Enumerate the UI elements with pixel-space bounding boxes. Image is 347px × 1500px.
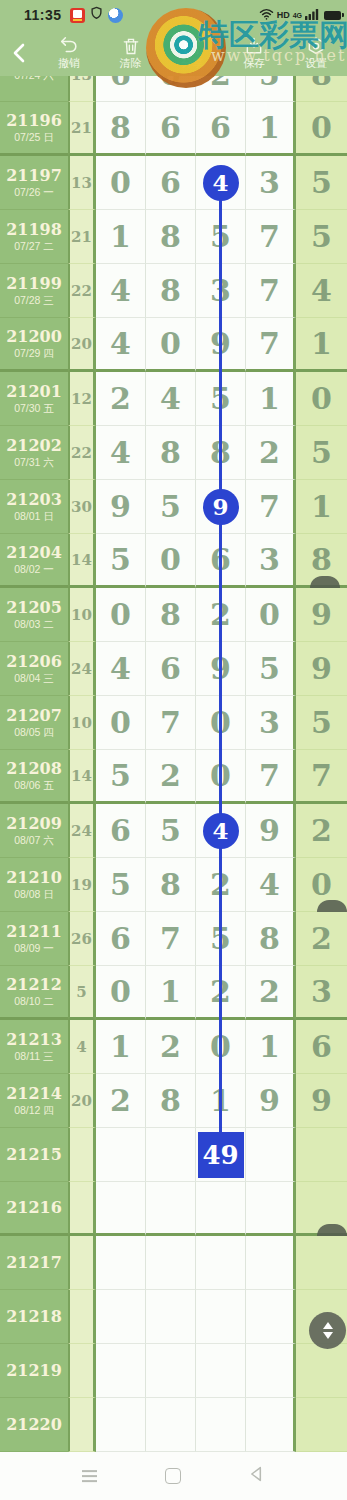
- status-notification-icons: [70, 5, 123, 25]
- stepper-up-icon: [323, 1322, 333, 1329]
- period-number: 21207: [6, 706, 62, 725]
- digit-cell[interactable]: [246, 1290, 296, 1344]
- digit-cell[interactable]: 2: [246, 426, 296, 480]
- digit-cell[interactable]: 4: [96, 426, 146, 480]
- period-number: 21202: [6, 436, 62, 455]
- sum-cell: 13: [68, 76, 96, 102]
- period-cell: 2120408/02 一: [0, 534, 68, 588]
- sum-cell: 13: [68, 156, 96, 210]
- table-row: 2119807/27 二2118575: [0, 210, 347, 264]
- sum-cell: 24: [68, 804, 96, 858]
- digit-cell[interactable]: [96, 1128, 146, 1182]
- period-cell: 2120708/05 四: [0, 696, 68, 750]
- table-row: 2121008/08 日1958240: [0, 858, 347, 912]
- table-row: 07/24 六1360258: [0, 76, 347, 102]
- digit-cell[interactable]: 7: [246, 750, 296, 804]
- digit-cell[interactable]: 6: [146, 102, 196, 156]
- digit-cell[interactable]: 5: [96, 750, 146, 804]
- shield-icon: [89, 5, 104, 25]
- digit-cell[interactable]: [146, 1290, 196, 1344]
- toolbar: 撤销 清除 分享 保存 设置: [0, 30, 347, 76]
- period-number: 21220: [6, 1415, 62, 1434]
- sum-cell: [68, 1290, 96, 1344]
- save-icon: [244, 36, 264, 56]
- digit-cell[interactable]: [296, 1398, 347, 1452]
- digit-cell[interactable]: [96, 1236, 146, 1290]
- stepper-down-icon: [323, 1332, 333, 1339]
- digit-cell[interactable]: 9: [246, 804, 296, 858]
- period-number: 21214: [6, 1084, 62, 1103]
- digit-cell[interactable]: 6: [96, 804, 146, 858]
- sum-cell: 5: [68, 966, 96, 1020]
- period-date: 07/29 四: [14, 346, 54, 360]
- digit-cell[interactable]: 9: [246, 1074, 296, 1128]
- table-row: 21220: [0, 1398, 347, 1452]
- period-date: 08/11 三: [15, 1049, 54, 1063]
- period-cell: 2119707/26 一: [0, 156, 68, 210]
- table-row: 2121408/12 四2028199: [0, 1074, 347, 1128]
- screen: 11:35 HD 4G 撤销: [0, 0, 347, 1500]
- table-row: 21216: [0, 1182, 347, 1236]
- period-date: 07/27 二: [14, 239, 54, 253]
- period-number: 21199: [6, 274, 62, 293]
- digit-cell[interactable]: 5: [96, 858, 146, 912]
- digit-cell[interactable]: 5: [146, 480, 196, 534]
- table-row: 2119607/25 日2186610: [0, 102, 347, 156]
- period-date: 07/31 六: [14, 455, 54, 469]
- table-row: 2120007/29 四2040971: [0, 318, 347, 372]
- period-number: 21196: [6, 111, 62, 130]
- digit-cell[interactable]: 49: [196, 1128, 246, 1182]
- nav-back-button[interactable]: [248, 1466, 265, 1487]
- digit-cell[interactable]: 7: [246, 480, 296, 534]
- sum-cell: [68, 1182, 96, 1236]
- period-cell: 2121008/08 日: [0, 858, 68, 912]
- period-date: 07/30 五: [14, 401, 54, 415]
- period-number: 21211: [6, 922, 62, 941]
- digit-cell[interactable]: 0: [146, 318, 196, 372]
- android-nav-bar: [0, 1452, 347, 1500]
- sum-cell: 4: [68, 1020, 96, 1074]
- digit-cell[interactable]: 5: [146, 804, 196, 858]
- hd-indicator: HD: [277, 10, 290, 20]
- period-date: 08/01 日: [14, 509, 54, 523]
- sum-cell: [68, 1344, 96, 1398]
- period-number: 21203: [6, 490, 62, 509]
- digit-cell[interactable]: 1: [246, 102, 296, 156]
- sum-cell: 20: [68, 1074, 96, 1128]
- period-cell: 2120207/31 六: [0, 426, 68, 480]
- period-date: 08/04 三: [14, 671, 54, 685]
- digit-cell[interactable]: 4: [96, 318, 146, 372]
- digit-cell[interactable]: 7: [146, 912, 196, 966]
- digit-cell[interactable]: [196, 1398, 246, 1452]
- nav-menu-button[interactable]: [82, 1470, 97, 1482]
- period-cell: 21216: [0, 1182, 68, 1236]
- undo-label: 撤销: [58, 57, 80, 70]
- digit-cell[interactable]: 7: [296, 750, 347, 804]
- period-number: 21205: [6, 598, 62, 617]
- trend-table: 07/24 六13602582119607/25 日21866102119707…: [0, 76, 347, 1452]
- digit-cell[interactable]: 2: [96, 372, 146, 426]
- network-type-label: 4G: [293, 12, 302, 19]
- status-system-icons: HD 4G: [259, 6, 341, 24]
- table-row: 2120107/30 五1224510: [0, 372, 347, 426]
- settings-button[interactable]: 设置: [285, 36, 347, 70]
- sum-cell: 12: [68, 372, 96, 426]
- digit-cell[interactable]: 0: [296, 102, 347, 156]
- status-time: 11:35: [24, 7, 62, 23]
- period-number: 21206: [6, 652, 62, 671]
- drag-handle-dome-2[interactable]: [317, 900, 347, 912]
- digit-cell[interactable]: 0: [296, 372, 347, 426]
- undo-button[interactable]: 撤销: [38, 36, 100, 70]
- period-cell: 2120608/04 三: [0, 642, 68, 696]
- sum-cell: 10: [68, 696, 96, 750]
- digit-cell[interactable]: 5: [296, 210, 347, 264]
- digit-cell[interactable]: [246, 1344, 296, 1398]
- share-button[interactable]: 分享: [162, 36, 224, 70]
- nav-home-button[interactable]: [165, 1468, 181, 1484]
- scroll-stepper-button[interactable]: [309, 1312, 346, 1349]
- digit-cell[interactable]: 9: [296, 588, 347, 642]
- digit-cell[interactable]: 3: [246, 156, 296, 210]
- digit-cell[interactable]: 5: [246, 76, 296, 102]
- period-cell: 2119607/25 日: [0, 102, 68, 156]
- digit-cell[interactable]: 2: [146, 1020, 196, 1074]
- prediction-box: 49: [198, 1132, 244, 1178]
- digit-cell[interactable]: [96, 1290, 146, 1344]
- undo-icon: [58, 36, 80, 56]
- table-row: 2120708/05 四1007035: [0, 696, 347, 750]
- period-cell: 2121108/09 一: [0, 912, 68, 966]
- settings-icon: [306, 36, 326, 56]
- digit-cell[interactable]: 9: [296, 1074, 347, 1128]
- digit-cell[interactable]: [196, 1182, 246, 1236]
- digit-cell[interactable]: 5: [296, 696, 347, 750]
- period-number: 21200: [6, 327, 62, 346]
- period-cell: 2120308/01 日: [0, 480, 68, 534]
- digit-cell[interactable]: 8: [296, 76, 347, 102]
- signal-icon: [305, 6, 319, 24]
- digit-cell[interactable]: 0: [96, 696, 146, 750]
- table-row: 2120207/31 六2248825: [0, 426, 347, 480]
- table-row: 2120908/07 六2465492: [0, 804, 347, 858]
- period-number: 21218: [6, 1307, 62, 1326]
- digit-cell[interactable]: 6: [96, 912, 146, 966]
- period-date: 08/08 日: [14, 887, 54, 901]
- digit-cell[interactable]: [296, 1236, 347, 1290]
- period-cell: 2120808/06 五: [0, 750, 68, 804]
- period-number: 21219: [6, 1361, 62, 1380]
- period-number: 21213: [6, 1030, 62, 1049]
- digit-cell[interactable]: [146, 1236, 196, 1290]
- period-cell: 2121208/10 二: [0, 966, 68, 1020]
- digit-cell[interactable]: 8: [246, 912, 296, 966]
- period-number: 21204: [6, 543, 62, 562]
- period-cell: 21218: [0, 1290, 68, 1344]
- period-date: 08/03 二: [14, 617, 54, 631]
- period-date: 08/05 四: [14, 725, 54, 739]
- period-date: 08/07 六: [14, 833, 54, 847]
- digit-cell[interactable]: [96, 1398, 146, 1452]
- digit-cell[interactable]: 2: [296, 804, 347, 858]
- period-date: 08/06 五: [14, 778, 54, 792]
- settings-label: 设置: [305, 57, 327, 70]
- share-icon: [182, 36, 202, 56]
- period-date: 07/26 一: [14, 185, 54, 199]
- digit-cell[interactable]: 8: [146, 426, 196, 480]
- sum-cell: 14: [68, 750, 96, 804]
- digit-cell[interactable]: 4: [96, 264, 146, 318]
- digit-cell[interactable]: 1: [296, 318, 347, 372]
- period-cell: 2119907/28 三: [0, 264, 68, 318]
- digit-cell[interactable]: 2: [296, 912, 347, 966]
- digit-cell[interactable]: 0: [146, 534, 196, 588]
- period-number: 21216: [6, 1198, 62, 1217]
- digit-cell[interactable]: [146, 1398, 196, 1452]
- digit-cell[interactable]: 3: [246, 696, 296, 750]
- sum-cell: 30: [68, 480, 96, 534]
- digit-cell[interactable]: [246, 1182, 296, 1236]
- digit-cell[interactable]: 2: [96, 1074, 146, 1128]
- digit-cell[interactable]: 9: [296, 642, 347, 696]
- digit-cell[interactable]: 2: [246, 966, 296, 1020]
- digit-cell[interactable]: 0: [96, 588, 146, 642]
- digit-cell[interactable]: [246, 1128, 296, 1182]
- digit-cell[interactable]: [296, 1128, 347, 1182]
- digit-cell[interactable]: 5: [296, 156, 347, 210]
- digit-cell[interactable]: 1: [246, 372, 296, 426]
- marked-digit: 4: [203, 165, 239, 201]
- period-number: 21197: [6, 166, 62, 185]
- period-cell: 21219: [0, 1344, 68, 1398]
- drag-handle-dome-3[interactable]: [317, 1224, 347, 1236]
- table-row: 21217: [0, 1236, 347, 1290]
- period-date: 08/12 四: [14, 1103, 54, 1117]
- save-label: 保存: [243, 57, 265, 70]
- clear-button[interactable]: 清除: [100, 36, 162, 70]
- period-cell: 2121408/12 四: [0, 1074, 68, 1128]
- sum-cell: 14: [68, 534, 96, 588]
- table-row: 2120808/06 五1452077: [0, 750, 347, 804]
- rows: 07/24 六13602582119607/25 日21866102119707…: [0, 76, 347, 1452]
- table-row: 2120308/01 日3095971: [0, 480, 347, 534]
- sum-cell: [68, 1128, 96, 1182]
- digit-cell[interactable]: 1: [146, 966, 196, 1020]
- digit-cell[interactable]: [146, 1128, 196, 1182]
- period-cell: 2120908/07 六: [0, 804, 68, 858]
- digit-cell[interactable]: [96, 1344, 146, 1398]
- period-cell: 2120107/30 五: [0, 372, 68, 426]
- digit-cell[interactable]: 1: [296, 480, 347, 534]
- digit-cell[interactable]: 8: [146, 588, 196, 642]
- digit-cell[interactable]: 4: [246, 858, 296, 912]
- marked-digit: 4: [203, 813, 239, 849]
- period-date: 07/25 日: [14, 130, 54, 144]
- digit-cell[interactable]: 4: [96, 642, 146, 696]
- digit-cell[interactable]: 0: [96, 156, 146, 210]
- digit-cell[interactable]: 2: [196, 76, 246, 102]
- period-number: 21210: [6, 868, 62, 887]
- digit-cell[interactable]: 1: [96, 1020, 146, 1074]
- digit-cell[interactable]: [296, 1344, 347, 1398]
- digit-cell[interactable]: 6: [196, 102, 246, 156]
- sum-cell: 22: [68, 426, 96, 480]
- battery-icon: [324, 11, 341, 20]
- digit-cell[interactable]: 7: [246, 210, 296, 264]
- digit-cell[interactable]: 0: [96, 966, 146, 1020]
- digit-cell[interactable]: 6: [146, 642, 196, 696]
- digit-cell[interactable]: 9: [96, 480, 146, 534]
- trend-line: [219, 183, 222, 1132]
- digit-cell[interactable]: 0: [246, 588, 296, 642]
- period-date: 07/28 三: [14, 293, 54, 307]
- period-cell: 21220: [0, 1398, 68, 1452]
- table-row: 2119907/28 三2248374: [0, 264, 347, 318]
- digit-cell[interactable]: 7: [246, 264, 296, 318]
- digit-cell[interactable]: 8: [146, 210, 196, 264]
- table-row: 2120408/02 一1450638: [0, 534, 347, 588]
- period-cell: 07/24 六: [0, 76, 68, 102]
- period-number: 21201: [6, 382, 62, 401]
- share-label: 分享: [181, 57, 203, 70]
- period-cell: 21217: [0, 1236, 68, 1290]
- period-number: 21198: [6, 220, 62, 239]
- period-date: 08/02 一: [14, 562, 54, 576]
- trash-icon: [121, 36, 141, 56]
- period-cell: 2120508/03 二: [0, 588, 68, 642]
- digit-cell[interactable]: [146, 1344, 196, 1398]
- digit-cell[interactable]: [196, 1290, 246, 1344]
- table-row: 2121549: [0, 1128, 347, 1182]
- sum-cell: 20: [68, 318, 96, 372]
- digit-cell[interactable]: 6: [296, 1020, 347, 1074]
- period-number: 21209: [6, 814, 62, 833]
- back-button[interactable]: [0, 42, 38, 64]
- digit-cell[interactable]: [196, 1236, 246, 1290]
- digit-cell[interactable]: 1: [246, 1020, 296, 1074]
- period-cell: 2119807/27 二: [0, 210, 68, 264]
- digit-cell[interactable]: 4: [296, 264, 347, 318]
- digit-cell[interactable]: [246, 1236, 296, 1290]
- sum-cell: [68, 1398, 96, 1452]
- period-date: 07/24 六: [14, 76, 54, 82]
- table-row: 21218: [0, 1290, 347, 1344]
- period-cell: 2121308/11 三: [0, 1020, 68, 1074]
- sum-cell: 22: [68, 264, 96, 318]
- period-cell: 21215: [0, 1128, 68, 1182]
- period-number: 21208: [6, 759, 62, 778]
- period-date: 08/10 二: [14, 994, 54, 1008]
- table-row: 2121308/11 三412016: [0, 1020, 347, 1074]
- digit-cell[interactable]: 8: [146, 858, 196, 912]
- sum-cell: 21: [68, 210, 96, 264]
- digit-cell[interactable]: 3: [296, 966, 347, 1020]
- period-number: 21212: [6, 975, 62, 994]
- app-notification-icon: [70, 8, 85, 23]
- digit-cell[interactable]: 5: [296, 426, 347, 480]
- digit-cell[interactable]: 5: [246, 642, 296, 696]
- sum-cell: 26: [68, 912, 96, 966]
- digit-cell[interactable]: 0: [146, 76, 196, 102]
- drag-handle-dome-1[interactable]: [310, 576, 340, 588]
- browser-icon: [108, 8, 123, 23]
- digit-cell[interactable]: 5: [96, 534, 146, 588]
- digit-cell[interactable]: 8: [146, 1074, 196, 1128]
- status-bar: 11:35 HD 4G: [0, 0, 347, 30]
- digit-cell[interactable]: 8: [96, 102, 146, 156]
- marked-digit: 9: [203, 489, 239, 525]
- period-number: 21217: [6, 1253, 62, 1272]
- digit-cell[interactable]: 6: [146, 156, 196, 210]
- save-button[interactable]: 保存: [223, 36, 285, 70]
- digit-cell[interactable]: 8: [146, 264, 196, 318]
- period-number: 21215: [6, 1145, 62, 1164]
- digit-cell[interactable]: [146, 1182, 196, 1236]
- digit-cell[interactable]: 3: [246, 534, 296, 588]
- sum-cell: 19: [68, 858, 96, 912]
- digit-cell[interactable]: [196, 1344, 246, 1398]
- table-row: 2120508/03 二1008209: [0, 588, 347, 642]
- digit-cell[interactable]: [246, 1398, 296, 1452]
- digit-cell[interactable]: 7: [146, 696, 196, 750]
- table-row: 2120608/04 三2446959: [0, 642, 347, 696]
- period-cell: 2120007/29 四: [0, 318, 68, 372]
- period-date: 08/09 一: [14, 941, 54, 955]
- sum-cell: 10: [68, 588, 96, 642]
- digit-cell[interactable]: 4: [146, 372, 196, 426]
- clear-label: 清除: [120, 57, 142, 70]
- table-row: 21219: [0, 1344, 347, 1398]
- digit-cell[interactable]: 7: [246, 318, 296, 372]
- table-row: 2121108/09 一2667582: [0, 912, 347, 966]
- table-row: 2119707/26 一1306435: [0, 156, 347, 210]
- sum-cell: 21: [68, 102, 96, 156]
- digit-cell[interactable]: 1: [96, 210, 146, 264]
- table-row: 2121208/10 二501223: [0, 966, 347, 1020]
- sum-cell: 24: [68, 642, 96, 696]
- digit-cell[interactable]: 2: [146, 750, 196, 804]
- digit-cell[interactable]: [96, 1182, 146, 1236]
- digit-cell[interactable]: 6: [96, 76, 146, 102]
- wifi-icon: [259, 6, 274, 24]
- sum-cell: [68, 1236, 96, 1290]
